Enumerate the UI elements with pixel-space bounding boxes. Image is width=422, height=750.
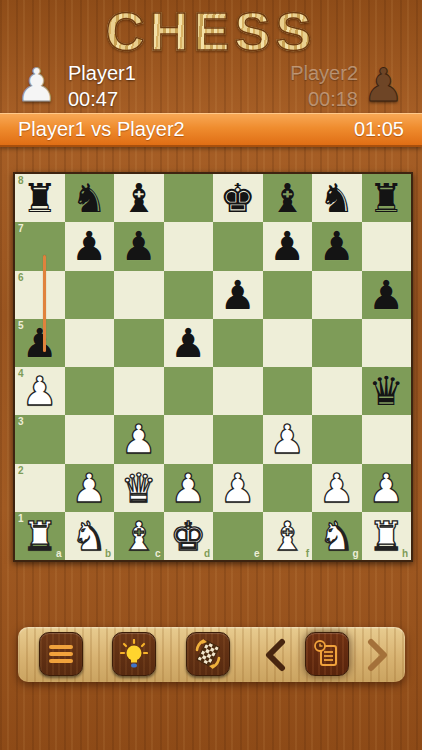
piece-black-pawn: ♟ [65,222,115,270]
square-d3[interactable] [164,415,214,463]
square-g2[interactable]: ♟ [312,464,362,512]
square-f8[interactable]: ♝ [263,174,313,222]
previous-move-button[interactable] [262,638,288,672]
piece-white-bishop: ♝ [263,512,313,560]
square-b6[interactable] [65,271,115,319]
square-d4[interactable] [164,367,214,415]
square-e8[interactable]: ♚ [213,174,263,222]
rank-label-2: 2 [18,465,24,476]
hamburger-icon [48,644,74,664]
square-h7[interactable] [362,222,412,270]
player2-clock: 00:18 [290,86,358,112]
player1-name: Player1 [68,60,136,86]
white-pawn-icon: ♟ [16,56,57,114]
square-b4[interactable] [65,367,115,415]
square-h1[interactable]: h♜ [362,512,412,560]
square-c4[interactable] [114,367,164,415]
piece-black-king: ♚ [213,174,263,222]
piece-black-knight: ♞ [65,174,115,222]
toolbar [18,627,405,682]
square-h8[interactable]: ♜ [362,174,412,222]
piece-white-pawn: ♟ [114,415,164,463]
square-a6[interactable]: 6 [15,271,65,319]
square-f2[interactable] [263,464,313,512]
piece-black-queen: ♛ [362,367,412,415]
lightbulb-icon [120,639,148,669]
square-a7[interactable]: 7 [15,222,65,270]
piece-black-rook: ♜ [362,174,412,222]
square-g3[interactable] [312,415,362,463]
square-g4[interactable] [312,367,362,415]
rank-label-3: 3 [18,416,24,427]
square-d2[interactable]: ♟ [164,464,214,512]
rank-label-8: 8 [18,175,24,186]
square-g5[interactable] [312,319,362,367]
square-b1[interactable]: b♞ [65,512,115,560]
square-f6[interactable] [263,271,313,319]
piece-black-pawn: ♟ [362,271,412,319]
piece-black-pawn: ♟ [312,222,362,270]
square-c3[interactable]: ♟ [114,415,164,463]
black-pawn-icon: ♟ [363,56,404,114]
square-d6[interactable] [164,271,214,319]
match-label: Player1 vs Player2 [18,118,185,141]
file-label-a: a [56,548,62,559]
square-d7[interactable] [164,222,214,270]
players-row: ♟ Player1 00:47 Player2 00:18 ♟ [0,58,422,113]
piece-black-pawn: ♟ [213,271,263,319]
square-c6[interactable] [114,271,164,319]
piece-white-pawn: ♟ [312,464,362,512]
square-a4[interactable]: 4♟ [15,367,65,415]
square-c5[interactable] [114,319,164,367]
square-a5[interactable]: 5♟ [15,319,65,367]
square-e2[interactable]: ♟ [213,464,263,512]
piece-black-bishop: ♝ [114,174,164,222]
square-f1[interactable]: f♝ [263,512,313,560]
square-e5[interactable] [213,319,263,367]
history-document-icon [312,639,342,669]
piece-white-pawn: ♟ [213,464,263,512]
player1-clock: 00:47 [68,86,136,112]
piece-white-pawn: ♟ [65,464,115,512]
file-label-d: d [204,548,210,559]
chevron-left-icon [262,638,288,672]
file-label-g: g [352,548,358,559]
player2-name: Player2 [290,60,358,86]
square-b5[interactable] [65,319,115,367]
square-a3[interactable]: 3 [15,415,65,463]
flip-board-icon [192,638,224,670]
square-f3[interactable]: ♟ [263,415,313,463]
square-a1[interactable]: 1a♜ [15,512,65,560]
square-h4[interactable]: ♛ [362,367,412,415]
square-b8[interactable]: ♞ [65,174,115,222]
next-move-button[interactable] [365,638,391,672]
piece-black-pawn: ♟ [263,222,313,270]
square-e1[interactable]: e [213,512,263,560]
square-a2[interactable]: 2 [15,464,65,512]
square-h3[interactable] [362,415,412,463]
square-h5[interactable] [362,319,412,367]
file-label-b: b [105,548,111,559]
square-c8[interactable]: ♝ [114,174,164,222]
square-c1[interactable]: c♝ [114,512,164,560]
square-b7[interactable]: ♟ [65,222,115,270]
piece-black-pawn: ♟ [114,222,164,270]
chevron-right-icon [365,638,391,672]
square-e6[interactable]: ♟ [213,271,263,319]
square-d5[interactable]: ♟ [164,319,214,367]
file-label-e: e [254,548,260,559]
file-label-h: h [402,548,408,559]
file-label-c: c [155,548,161,559]
menu-button[interactable] [39,632,83,676]
square-c2[interactable]: ♛ [114,464,164,512]
rank-label-5: 5 [18,320,24,331]
hint-button[interactable] [112,632,156,676]
square-h2[interactable]: ♟ [362,464,412,512]
square-c7[interactable]: ♟ [114,222,164,270]
flip-board-button[interactable] [186,632,230,676]
square-e7[interactable] [213,222,263,270]
piece-white-pawn: ♟ [263,415,313,463]
square-f7[interactable]: ♟ [263,222,313,270]
file-label-f: f [306,548,309,559]
piece-black-bishop: ♝ [263,174,313,222]
square-f5[interactable] [263,319,313,367]
app-screen: CHESS ♟ Player1 00:47 Player2 00:18 ♟ Pl… [0,0,422,750]
player2-panel: Player2 00:18 [290,60,358,112]
square-h6[interactable]: ♟ [362,271,412,319]
square-d8[interactable] [164,174,214,222]
app-title: CHESS [0,0,422,62]
move-history-button[interactable] [305,632,349,676]
square-f4[interactable] [263,367,313,415]
player1-panel: Player1 00:47 [68,60,136,112]
piece-white-pawn: ♟ [164,464,214,512]
piece-black-pawn: ♟ [164,319,214,367]
square-e4[interactable] [213,367,263,415]
game-clock: 01:05 [354,118,404,141]
square-d1[interactable]: d♚ [164,512,214,560]
rank-label-6: 6 [18,272,24,283]
square-g1[interactable]: g♞ [312,512,362,560]
square-e3[interactable] [213,415,263,463]
rank-label-7: 7 [18,223,24,234]
piece-white-queen: ♛ [114,464,164,512]
square-g8[interactable]: ♞ [312,174,362,222]
rank-label-1: 1 [18,513,24,524]
match-banner: Player1 vs Player2 01:05 [0,113,422,147]
piece-black-knight: ♞ [312,174,362,222]
square-b2[interactable]: ♟ [65,464,115,512]
square-a8[interactable]: 8♜ [15,174,65,222]
square-b3[interactable] [65,415,115,463]
square-g6[interactable] [312,271,362,319]
rank-label-4: 4 [18,368,24,379]
square-g7[interactable]: ♟ [312,222,362,270]
chess-board[interactable]: 8♜♞♝♚♝♞♜7♟♟♟♟6♟♟5♟♟4♟♛3♟♟2♟♛♟♟♟♟1a♜b♞c♝d… [13,172,413,562]
piece-white-pawn: ♟ [362,464,412,512]
